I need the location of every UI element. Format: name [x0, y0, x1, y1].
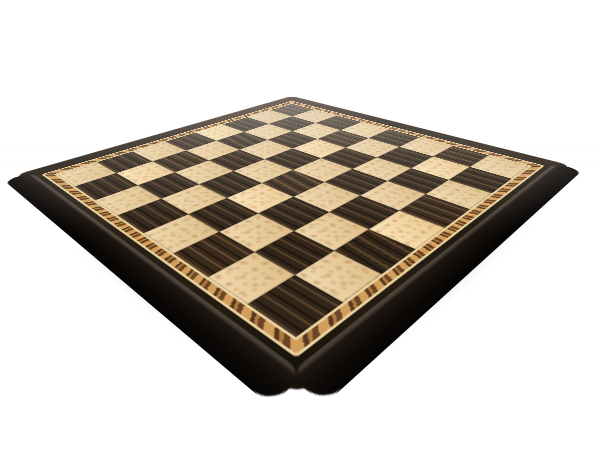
photo-background	[0, 0, 600, 450]
chess-board	[16, 96, 570, 396]
board-scene	[0, 0, 600, 450]
